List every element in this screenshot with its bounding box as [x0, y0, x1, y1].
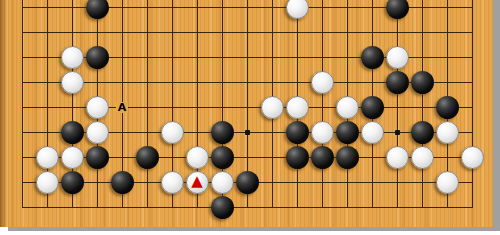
white-stone[interactable]: [386, 46, 409, 69]
black-stone[interactable]: [211, 196, 234, 219]
point-label-a: A: [116, 102, 129, 113]
black-stone[interactable]: [286, 121, 309, 144]
black-stone[interactable]: [336, 146, 359, 169]
black-stone[interactable]: [61, 171, 84, 194]
white-stone[interactable]: [36, 146, 59, 169]
white-stone[interactable]: [261, 96, 284, 119]
white-stone[interactable]: [311, 71, 334, 94]
white-stone[interactable]: [161, 171, 184, 194]
stones-layer: A ▲: [10, 0, 485, 220]
black-stone[interactable]: [336, 121, 359, 144]
go-board[interactable]: A ▲: [0, 0, 493, 227]
black-stone[interactable]: [86, 0, 109, 19]
white-stone[interactable]: [61, 146, 84, 169]
white-stone[interactable]: [211, 171, 234, 194]
black-stone[interactable]: [411, 121, 434, 144]
white-stone[interactable]: [361, 121, 384, 144]
white-stone[interactable]: [61, 71, 84, 94]
white-stone[interactable]: [461, 146, 484, 169]
black-stone[interactable]: [286, 146, 309, 169]
black-stone[interactable]: [236, 171, 259, 194]
black-stone[interactable]: [386, 0, 409, 19]
black-stone[interactable]: [386, 71, 409, 94]
board-left-bevel: [0, 0, 8, 227]
white-stone[interactable]: [311, 121, 334, 144]
white-stone[interactable]: [61, 46, 84, 69]
white-stone[interactable]: [286, 96, 309, 119]
white-stone[interactable]: [86, 121, 109, 144]
star-point: [395, 130, 400, 135]
black-stone[interactable]: [86, 146, 109, 169]
white-stone[interactable]: ▲: [186, 171, 209, 194]
white-stone[interactable]: [411, 146, 434, 169]
star-point: [245, 130, 250, 135]
white-stone[interactable]: [36, 171, 59, 194]
white-stone[interactable]: [386, 146, 409, 169]
page: A ▲: [0, 0, 500, 235]
black-stone[interactable]: [361, 96, 384, 119]
black-stone[interactable]: [436, 96, 459, 119]
black-stone[interactable]: [311, 146, 334, 169]
black-stone[interactable]: [61, 121, 84, 144]
white-stone[interactable]: [186, 146, 209, 169]
black-stone[interactable]: [86, 46, 109, 69]
triangle-marker: ▲: [191, 174, 203, 189]
white-stone[interactable]: [286, 0, 309, 19]
black-stone[interactable]: [111, 171, 134, 194]
black-stone[interactable]: [211, 146, 234, 169]
white-stone[interactable]: [436, 121, 459, 144]
black-stone[interactable]: [361, 46, 384, 69]
white-stone[interactable]: [436, 171, 459, 194]
white-stone[interactable]: [86, 96, 109, 119]
white-stone[interactable]: [336, 96, 359, 119]
black-stone[interactable]: [136, 146, 159, 169]
white-stone[interactable]: [161, 121, 184, 144]
black-stone[interactable]: [211, 121, 234, 144]
black-stone[interactable]: [411, 71, 434, 94]
